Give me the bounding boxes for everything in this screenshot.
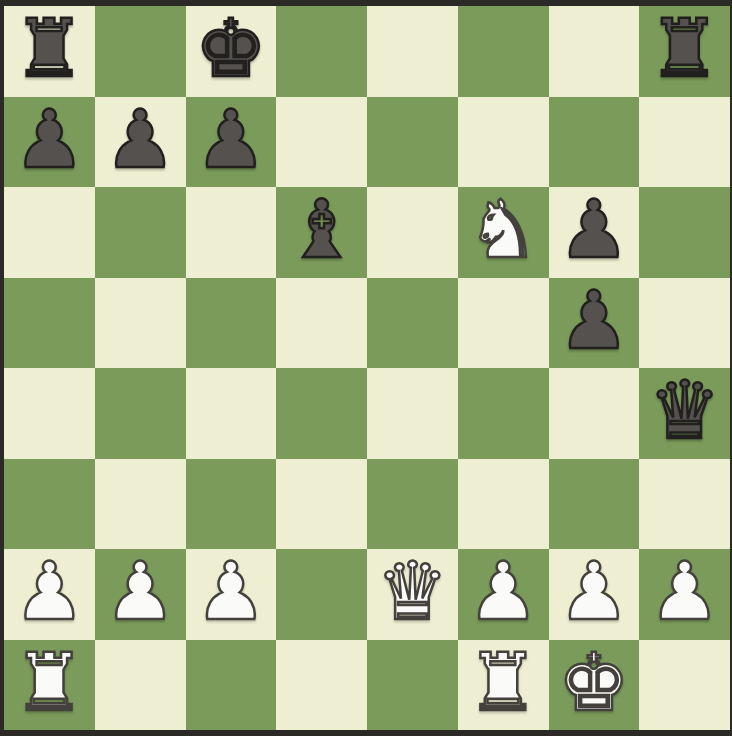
square-e8[interactable] xyxy=(367,6,458,97)
square-e5[interactable] xyxy=(367,278,458,369)
square-b8[interactable] xyxy=(95,6,186,97)
square-f6[interactable]: ♞ xyxy=(458,187,549,278)
square-f7[interactable] xyxy=(458,97,549,188)
square-f8[interactable] xyxy=(458,6,549,97)
white-rook-piece[interactable]: ♜ xyxy=(467,643,539,723)
white-pawn-piece[interactable]: ♟ xyxy=(649,552,721,632)
board-frame: ♜♚♜♟♟♟♝♞♟♟♛♟♟♟♛♟♟♟♜♜♚ xyxy=(0,0,732,736)
square-g5[interactable]: ♟ xyxy=(549,278,640,369)
square-c1[interactable] xyxy=(186,640,277,731)
square-h4[interactable]: ♛ xyxy=(639,368,730,459)
square-b1[interactable] xyxy=(95,640,186,731)
black-pawn-piece[interactable]: ♟ xyxy=(558,190,630,270)
white-pawn-piece[interactable]: ♟ xyxy=(104,552,176,632)
chess-board: ♜♚♜♟♟♟♝♞♟♟♛♟♟♟♛♟♟♟♜♜♚ xyxy=(4,6,730,730)
square-f2[interactable]: ♟ xyxy=(458,549,549,640)
white-pawn-piece[interactable]: ♟ xyxy=(467,552,539,632)
square-g8[interactable] xyxy=(549,6,640,97)
square-e6[interactable] xyxy=(367,187,458,278)
square-d8[interactable] xyxy=(276,6,367,97)
square-c4[interactable] xyxy=(186,368,277,459)
square-d1[interactable] xyxy=(276,640,367,731)
square-f1[interactable]: ♜ xyxy=(458,640,549,731)
square-a5[interactable] xyxy=(4,278,95,369)
square-h2[interactable]: ♟ xyxy=(639,549,730,640)
black-bishop-piece[interactable]: ♝ xyxy=(286,190,358,270)
square-a7[interactable]: ♟ xyxy=(4,97,95,188)
square-a6[interactable] xyxy=(4,187,95,278)
square-d4[interactable] xyxy=(276,368,367,459)
square-h8[interactable]: ♜ xyxy=(639,6,730,97)
black-pawn-piece[interactable]: ♟ xyxy=(558,281,630,361)
square-d6[interactable]: ♝ xyxy=(276,187,367,278)
square-h5[interactable] xyxy=(639,278,730,369)
black-pawn-piece[interactable]: ♟ xyxy=(14,100,86,180)
square-h6[interactable] xyxy=(639,187,730,278)
square-c6[interactable] xyxy=(186,187,277,278)
square-c7[interactable]: ♟ xyxy=(186,97,277,188)
white-queen-piece[interactable]: ♛ xyxy=(377,552,449,632)
black-king-piece[interactable]: ♚ xyxy=(195,9,267,89)
square-f4[interactable] xyxy=(458,368,549,459)
white-pawn-piece[interactable]: ♟ xyxy=(558,552,630,632)
square-c2[interactable]: ♟ xyxy=(186,549,277,640)
square-d7[interactable] xyxy=(276,97,367,188)
square-a8[interactable]: ♜ xyxy=(4,6,95,97)
black-rook-piece[interactable]: ♜ xyxy=(14,9,86,89)
square-e3[interactable] xyxy=(367,459,458,550)
white-pawn-piece[interactable]: ♟ xyxy=(14,552,86,632)
square-g3[interactable] xyxy=(549,459,640,550)
square-a1[interactable]: ♜ xyxy=(4,640,95,731)
black-queen-piece[interactable]: ♛ xyxy=(649,371,721,451)
black-rook-piece[interactable]: ♜ xyxy=(649,9,721,89)
square-c3[interactable] xyxy=(186,459,277,550)
square-g7[interactable] xyxy=(549,97,640,188)
white-knight-piece[interactable]: ♞ xyxy=(467,190,539,270)
square-b2[interactable]: ♟ xyxy=(95,549,186,640)
square-g1[interactable]: ♚ xyxy=(549,640,640,731)
square-c5[interactable] xyxy=(186,278,277,369)
square-h7[interactable] xyxy=(639,97,730,188)
black-pawn-piece[interactable]: ♟ xyxy=(195,100,267,180)
black-pawn-piece[interactable]: ♟ xyxy=(104,100,176,180)
square-f3[interactable] xyxy=(458,459,549,550)
white-king-piece[interactable]: ♚ xyxy=(558,643,630,723)
square-g4[interactable] xyxy=(549,368,640,459)
square-e4[interactable] xyxy=(367,368,458,459)
square-c8[interactable]: ♚ xyxy=(186,6,277,97)
square-h1[interactable] xyxy=(639,640,730,731)
square-b5[interactable] xyxy=(95,278,186,369)
square-a2[interactable]: ♟ xyxy=(4,549,95,640)
square-g6[interactable]: ♟ xyxy=(549,187,640,278)
square-d2[interactable] xyxy=(276,549,367,640)
square-b3[interactable] xyxy=(95,459,186,550)
square-b4[interactable] xyxy=(95,368,186,459)
square-a3[interactable] xyxy=(4,459,95,550)
square-f5[interactable] xyxy=(458,278,549,369)
white-rook-piece[interactable]: ♜ xyxy=(14,643,86,723)
square-e2[interactable]: ♛ xyxy=(367,549,458,640)
square-b7[interactable]: ♟ xyxy=(95,97,186,188)
square-b6[interactable] xyxy=(95,187,186,278)
square-d3[interactable] xyxy=(276,459,367,550)
square-g2[interactable]: ♟ xyxy=(549,549,640,640)
white-pawn-piece[interactable]: ♟ xyxy=(195,552,267,632)
square-a4[interactable] xyxy=(4,368,95,459)
square-e7[interactable] xyxy=(367,97,458,188)
square-h3[interactable] xyxy=(639,459,730,550)
square-d5[interactable] xyxy=(276,278,367,369)
square-e1[interactable] xyxy=(367,640,458,731)
